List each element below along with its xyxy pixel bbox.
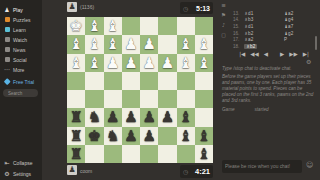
sidebar-item-news[interactable]: News [4,45,26,54]
stop-icon[interactable]: ◻ [219,32,228,38]
square-r5c4[interactable]: ♟ [140,108,158,126]
search-input[interactable] [3,89,38,97]
piece-wB[interactable]: ♝ [179,35,192,53]
square-r5c7[interactable] [195,108,213,126]
sidebar-item-play[interactable]: ♟Play [4,5,23,14]
white-move[interactable]: ♗b3 [244,17,284,22]
move-number: 17. [233,37,244,42]
sidebar-item-puzzles[interactable]: Puzzles [4,15,31,24]
move-list: 13.♗d1♝a214.♗b3♝g415.♗d1♝a716.♗b2♝g217.♗… [233,10,315,50]
square-r6c2[interactable]: ♞ [104,127,122,145]
app-window: ♟PlayPuzzlesLearnWatchNewsSocial•••MoreF… [0,0,320,180]
square-r7c5[interactable] [158,145,176,163]
piece-wP[interactable]: ♟ [124,35,137,53]
square-r2c0[interactable]: ♝ [67,54,85,72]
sidebar: ♟PlayPuzzlesLearnWatchNewsSocial•••MoreF… [0,0,42,180]
sidebar-item-label: Free Trial [13,79,34,85]
piece-bP[interactable]: ♟ [142,108,155,126]
move-number: 14. [233,17,244,22]
move-number: 16. [233,31,244,36]
square-r3c2[interactable] [104,72,122,90]
square-r1c1[interactable]: ♝ [85,35,103,53]
move-number: 18. [233,44,244,49]
sidebar-item-label: Puzzles [13,17,31,23]
square-r0c4[interactable] [140,17,158,35]
square-r5c6[interactable]: ♝ [177,108,195,126]
back-button[interactable]: ◀ [264,51,268,57]
collapse-label: Collapse [13,160,32,166]
piece-bR[interactable]: ♜ [69,108,82,126]
piece-wB[interactable]: ♝ [88,17,101,35]
move-row: 17.♗a2P [233,36,315,43]
game-started-line: Game started [222,107,314,113]
square-r2c4[interactable]: ♟ [140,54,158,72]
sidebar-item-watch[interactable]: Watch [4,35,27,44]
variant-description: Before the game players set up their pie… [222,74,314,104]
piece-bK[interactable]: ♚ [88,127,101,145]
move-row: 16.♗b2♝g2 [233,30,315,37]
square-r0c3[interactable] [122,17,140,35]
sidebar-item-learn[interactable]: Learn [4,25,26,34]
square-r7c6[interactable] [177,145,195,163]
piece-wB[interactable]: ♝ [69,35,82,53]
square-r1c0[interactable]: ♝ [67,35,85,53]
square-r3c5[interactable] [158,72,176,90]
learn-icon [4,27,10,33]
square-r7c4[interactable] [140,145,158,163]
white-move[interactable]: ♗d1 [244,24,284,29]
settings-label: Settings [13,171,31,177]
clock-icon: ◷ [183,168,188,175]
square-r5c3[interactable]: ♟ [122,108,140,126]
piece-wB[interactable]: ♝ [88,35,101,53]
square-r6c6[interactable]: ♝ [177,127,195,145]
square-r2c2[interactable]: ♟ [104,54,122,72]
square-r3c6[interactable] [177,72,195,90]
news-icon [4,47,10,53]
white-move[interactable]: ♗a2 [244,37,284,42]
black-move[interactable]: ♝g4 [284,17,312,22]
square-r3c4[interactable] [140,72,158,90]
sidebar-item-label: News [13,47,26,53]
piece-wP[interactable]: ♟ [142,35,155,53]
player-clock-time: 4:21 [195,167,210,176]
square-r0c6[interactable] [177,17,195,35]
player-name[interactable]: coom [80,168,92,174]
square-r7c0[interactable]: ♜ [67,145,85,163]
square-r0c7[interactable] [195,17,213,35]
chat-area: Type /stop chat to deactivate chat. Befo… [222,66,314,113]
piece-wB[interactable]: ♝ [197,35,210,53]
piece-wB[interactable]: ♝ [69,54,82,72]
player-avatar[interactable]: ♟ [67,165,77,175]
forward-button[interactable]: ▶ [280,51,284,57]
player-clock: ◷ 4:21 [180,165,213,178]
square-r2c7[interactable]: ♝ [195,54,213,72]
square-r6c3[interactable]: ♟ [122,127,140,145]
sidebar-item-label: Learn [13,27,26,33]
collapse-icon: ⇤ [4,160,10,166]
black-move[interactable]: ♝g2 [284,31,312,36]
sound-icon[interactable]: ♪ [219,22,228,28]
panel-icon-rail: ≡⚑♪◻ [219,2,228,38]
white-move[interactable]: ♗b2 [244,31,284,36]
square-r5c5[interactable]: ♟ [158,108,176,126]
square-r4c3[interactable] [122,90,140,108]
chat-input[interactable] [222,160,302,173]
sidebar-item-settings[interactable]: ⚙ Settings [4,169,31,178]
first-move-button[interactable]: |◀ [239,51,245,57]
square-r7c7[interactable]: ♝ [195,145,213,163]
opponent-clock: ◷ 5:13 [180,2,213,14]
fast-forward-button[interactable]: ▶▶ [289,51,297,57]
piece-wB[interactable]: ♝ [88,54,101,72]
menu-icon[interactable]: ≡ [219,2,228,8]
sidebar-item-collapse[interactable]: ⇤ Collapse [4,158,32,167]
sidebar-item-more[interactable]: •••More [4,65,24,74]
piece-bR[interactable]: ♜ [69,145,82,163]
square-r4c7[interactable] [195,90,213,108]
square-r0c5[interactable] [158,17,176,35]
square-r1c6[interactable]: ♝ [177,35,195,53]
puzzle-icon [4,17,10,23]
more-icon: ••• [4,67,10,73]
piece-wP[interactable]: ♟ [124,54,137,72]
square-r3c0[interactable] [67,72,85,90]
piece-bN[interactable]: ♞ [106,127,119,145]
piece-wB[interactable]: ♝ [106,17,119,35]
piece-bB[interactable]: ♝ [179,127,192,145]
piece-bN[interactable]: ♞ [88,108,101,126]
square-r2c5[interactable]: ♟ [158,54,176,72]
piece-bP[interactable]: ♟ [124,108,137,126]
move-row: 18.♗b2 [233,43,315,50]
social-icon [4,57,10,63]
piece-wP[interactable]: ♟ [142,54,155,72]
piece-bP[interactable]: ♟ [161,108,174,126]
square-r6c4[interactable]: ♟ [140,127,158,145]
square-r4c2[interactable] [104,90,122,108]
square-r7c1[interactable] [85,145,103,163]
pawn-icon: ♟ [4,7,10,13]
square-r1c3[interactable]: ♟ [122,35,140,53]
flag-icon[interactable]: ⚑ [219,12,228,18]
opponent-clock-time: 5:13 [196,5,210,12]
piece-wB[interactable]: ♝ [179,54,192,72]
square-r3c7[interactable] [195,72,213,90]
square-r5c2[interactable]: ♟ [104,108,122,126]
square-r4c1[interactable] [85,90,103,108]
square-r2c1[interactable]: ♝ [85,54,103,72]
square-r1c4[interactable]: ♟ [140,35,158,53]
square-r1c7[interactable]: ♝ [195,35,213,53]
piece-bP[interactable]: ♟ [142,127,155,145]
piece-wK[interactable]: ♚ [69,17,82,35]
sidebar-item-label: More [13,67,24,73]
square-r2c3[interactable]: ♟ [122,54,140,72]
square-r5c0[interactable]: ♜ [67,108,85,126]
rewind-button[interactable]: ◀◀ [250,51,258,57]
sidebar-item-label: Watch [13,37,27,43]
square-r1c5[interactable] [158,35,176,53]
square-r0c1[interactable]: ♝ [85,17,103,35]
move-nav-buttons: |◀◀◀◀▶▶▶▶| [233,51,315,57]
square-r6c1[interactable]: ♚ [85,127,103,145]
sidebar-item-label: Social [13,57,27,63]
piece-bP[interactable]: ♟ [124,127,137,145]
black-move[interactable]: ♝a7 [284,24,312,29]
piece-wB[interactable]: ♝ [106,35,119,53]
square-r7c2[interactable] [104,145,122,163]
opponent-name[interactable]: (1136) [80,4,94,10]
chess-board[interactable]: ♚♝♝♝♝♝♟♟♝♝♝♝♟♟♟♟♝♝♜♞♟♟♟♟♝♜♚♞♟♟♝♝♜♝ [67,17,213,163]
square-r6c5[interactable] [158,127,176,145]
white-move[interactable]: ♗d1 [244,11,284,16]
last-move-button[interactable]: ▶| [303,51,309,57]
move-number: 13. [233,11,244,16]
square-r4c6[interactable] [177,90,195,108]
watch-icon [4,37,10,43]
square-r4c5[interactable] [158,90,176,108]
move-number: 15. [233,24,244,29]
square-r3c3[interactable] [122,72,140,90]
black-move[interactable]: P [284,37,312,42]
chat-tip: Type /stop chat to deactivate chat. [222,66,314,72]
square-r4c0[interactable] [67,90,85,108]
square-r1c2[interactable]: ♝ [104,35,122,53]
clock-icon: ◷ [183,5,188,12]
square-r0c0[interactable]: ♚ [67,17,85,35]
square-r0c2[interactable]: ♝ [104,17,122,35]
piece-bB[interactable]: ♝ [197,127,210,145]
move-row: 15.♗d1♝a7 [233,23,315,30]
black-move[interactable]: ♝a2 [284,11,312,16]
emoji-icon[interactable]: ☺ [306,161,313,169]
white-move[interactable]: ♗b2 [244,44,284,49]
move-row: 13.♗d1♝a2 [233,10,315,17]
piece-bP[interactable]: ♟ [106,108,119,126]
square-r7c3[interactable] [122,145,140,163]
piece-bB[interactable]: ♝ [179,108,192,126]
square-r4c4[interactable] [140,90,158,108]
opponent-avatar[interactable]: ♟ [67,2,77,12]
piece-bB[interactable]: ♝ [197,145,210,163]
scrollbar[interactable] [315,36,317,50]
sidebar-item-social[interactable]: Social [4,55,27,64]
square-r6c0[interactable]: ♜ [67,127,85,145]
piece-wP[interactable]: ♟ [106,54,119,72]
move-row: 14.♗b3♝g4 [233,17,315,24]
square-r6c7[interactable]: ♝ [195,127,213,145]
sidebar-item-free-trial[interactable]: Free Trial [4,77,34,86]
square-r5c1[interactable]: ♞ [85,108,103,126]
diamond-icon [4,79,10,85]
piece-wB[interactable]: ♝ [197,54,210,72]
sidebar-item-label: Play [13,7,23,13]
piece-wP[interactable]: ♟ [161,54,174,72]
chat-settings-gear-icon[interactable]: ⚙ [306,58,311,65]
square-r3c1[interactable] [85,72,103,90]
square-r2c6[interactable]: ♝ [177,54,195,72]
piece-bR[interactable]: ♜ [69,127,82,145]
gear-icon: ⚙ [4,171,10,177]
